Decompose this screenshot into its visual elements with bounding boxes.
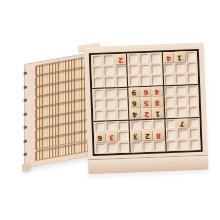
grid-cell-r5c3 <box>116 98 128 109</box>
grid-cell-r2c2 <box>103 65 115 76</box>
grid-cell-r6c1 <box>93 110 105 121</box>
grid-cell-r6c2 <box>105 109 117 120</box>
tile-digit: 4 <box>155 87 160 94</box>
grid-cell-r4c9 <box>186 84 198 95</box>
grid-cell-r3c3 <box>115 76 127 87</box>
grid-cell-r7c5 <box>141 119 153 130</box>
grid-cell-r4c6: 4 <box>151 85 163 96</box>
grid-cell-r8c9 <box>188 128 200 139</box>
grid-cell-r9c7 <box>165 140 177 151</box>
grid-cell-r3c7 <box>162 74 174 85</box>
drawer-knob <box>24 85 27 89</box>
grid-cell-r1c2 <box>103 54 115 65</box>
tile-digit: 2 <box>144 131 149 138</box>
number-tile: 7 <box>176 118 187 127</box>
tile-digit: 3 <box>133 132 138 139</box>
tile-digit: 1 <box>155 109 160 116</box>
grid-cell-r8c5: 2 <box>141 130 153 141</box>
grid-cell-r1c9 <box>185 51 197 62</box>
grid-cell-r1c7: 4 <box>162 52 174 63</box>
grid-cell-r5c1 <box>93 99 105 110</box>
grid-cell-r2c4 <box>127 64 139 75</box>
grid-cell-r6c7 <box>164 107 176 118</box>
grid-cell-r9c3 <box>118 142 130 153</box>
sudoku-board: 241964658421763328 <box>84 43 209 175</box>
product-photo: 241964658421763328 <box>0 0 220 220</box>
grid-cell-r4c1 <box>92 88 104 99</box>
grid-cell-r9c4 <box>130 141 142 152</box>
grid-cell-r4c7 <box>163 85 175 96</box>
grid-cell-r5c2 <box>104 98 116 109</box>
grid-cell-r4c8 <box>175 84 187 95</box>
grid-cell-r4c3 <box>116 87 128 98</box>
grid-cell-r6c3 <box>117 109 129 120</box>
number-tile: 1 <box>174 51 185 61</box>
number-tile: 4 <box>130 108 140 118</box>
grid-cell-r2c6 <box>150 63 162 74</box>
grid-cell-r9c6 <box>153 140 165 151</box>
grid-cell-r5c8 <box>175 95 187 106</box>
grid-cell-r5c9 <box>187 95 199 106</box>
number-tile: 2 <box>115 54 126 64</box>
number-tile: 2 <box>141 108 152 118</box>
tile-digit: 8 <box>155 98 160 105</box>
number-tile: 1 <box>152 107 163 117</box>
grid-cell-r8c6: 8 <box>153 129 165 140</box>
grid-cell-r2c8 <box>174 62 186 73</box>
drawer-knob <box>24 112 27 116</box>
number-tile: 4 <box>152 86 163 95</box>
grid-cell-r5c6: 8 <box>151 96 163 107</box>
grid-cell-r4c4: 9 <box>127 86 139 97</box>
grid-cell-r7c4 <box>129 119 141 130</box>
grid-cell-r3c5 <box>139 75 151 86</box>
number-tile: 6 <box>94 132 105 142</box>
number-tile: 6 <box>140 87 151 96</box>
number-tile: 4 <box>163 52 173 62</box>
grid-cell-r7c7 <box>164 118 176 129</box>
grid-cell-r2c5 <box>138 64 150 75</box>
grid-cell-r2c9 <box>185 62 197 73</box>
grid-cell-r2c3 <box>115 65 127 76</box>
grid-cell-r3c4 <box>127 75 139 86</box>
tile-digit: 3 <box>109 133 114 140</box>
grid-cell-r8c3 <box>117 131 129 142</box>
number-tile: 3 <box>106 131 117 141</box>
grid-cell-r6c8 <box>175 106 187 117</box>
number-tile: 9 <box>129 87 139 96</box>
grid-cell-r9c1 <box>94 143 106 154</box>
tile-digit: 2 <box>118 55 123 62</box>
tile-digit: 6 <box>143 88 148 95</box>
number-tile: 2 <box>141 130 152 140</box>
grid-cell-r6c9 <box>187 106 199 117</box>
grid-cell-r8c7 <box>164 129 176 140</box>
grid-cell-r1c3: 2 <box>114 54 126 65</box>
grid-cell-r3c9 <box>186 73 198 84</box>
grid-cell-r8c1: 6 <box>94 132 106 143</box>
grid-cell-r2c7 <box>162 63 174 74</box>
grid-cell-r1c5 <box>138 53 150 64</box>
grid-cell-r7c8: 7 <box>176 117 188 128</box>
number-tile: 8 <box>153 129 164 139</box>
grid-cell-r5c5: 5 <box>140 97 152 108</box>
tile-digit: 9 <box>132 88 137 95</box>
grid-cell-r7c1 <box>93 121 105 132</box>
grid-cell-r6c4: 4 <box>128 108 140 119</box>
drawer-knob-rail <box>25 63 34 167</box>
tile-digit: 6 <box>132 99 137 106</box>
grid-cell-r1c6 <box>150 52 162 63</box>
grid-cell-r6c6: 1 <box>152 107 164 118</box>
grid-cell-r4c5: 6 <box>139 86 151 97</box>
grid-cell-r9c5 <box>141 141 153 152</box>
tile-digit: 7 <box>179 120 184 127</box>
tile-digit: 4 <box>166 54 171 61</box>
tile-digit: 5 <box>143 98 148 105</box>
grid-cell-r1c8: 1 <box>173 51 185 62</box>
grid-cell-r9c2 <box>106 142 118 153</box>
grid-cell-r5c4: 6 <box>128 97 140 108</box>
number-tile: 6 <box>129 97 139 107</box>
tile-digit: 4 <box>132 110 137 117</box>
drawer-knob <box>24 153 27 157</box>
grid-cell-r9c8 <box>177 139 189 150</box>
grid-cell-r8c8 <box>176 128 188 139</box>
grid-cell-r5c7 <box>163 96 175 107</box>
grid-cell-r7c9 <box>188 117 200 128</box>
drawer-knob <box>24 72 27 76</box>
grid-cell-r8c4: 3 <box>129 130 141 141</box>
grid-cell-r3c1 <box>92 77 104 88</box>
grid-cell-r4c2 <box>104 87 116 98</box>
drawer-knob <box>24 99 27 103</box>
grid-cell-r7c3 <box>117 120 129 131</box>
grid-cell-r8c2: 3 <box>106 131 118 142</box>
grid-cell-r3c6 <box>151 74 163 85</box>
grid-cell-r7c6 <box>152 118 164 129</box>
tile-digit: 8 <box>156 131 161 138</box>
number-tile: 3 <box>131 130 141 140</box>
drawer-knob <box>24 139 27 143</box>
grid-cell-r9c9 <box>188 139 200 150</box>
grid-cell-r1c1 <box>91 55 103 66</box>
grid-cell-r2c1 <box>91 66 103 77</box>
number-tile: 5 <box>140 97 151 107</box>
sudoku-grid: 241964658421763328 <box>89 49 203 156</box>
grid-cell-r1c4 <box>126 53 138 64</box>
tile-digit: 1 <box>177 53 182 60</box>
drawer-knob <box>24 126 27 130</box>
grid-cell-r7c2 <box>105 120 117 131</box>
grid-cell-r3c2 <box>104 76 116 87</box>
tile-digit: 2 <box>144 109 149 116</box>
tile-digit: 6 <box>97 133 102 140</box>
grid-cell-r3c8 <box>174 73 186 84</box>
board-front-face <box>88 155 208 175</box>
grid-cell-r6c5: 2 <box>140 108 152 119</box>
number-tile: 8 <box>152 96 163 106</box>
